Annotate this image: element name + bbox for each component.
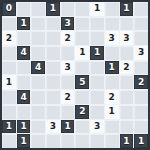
cell-r7c1[interactable] <box>2 90 16 104</box>
cell-r7c2[interactable]: 4 <box>17 90 31 104</box>
cell-r7c4[interactable] <box>46 90 60 104</box>
cell-r3c5[interactable]: 2 <box>61 31 75 45</box>
cell-r10c2[interactable]: 1 <box>17 134 31 148</box>
cell-r8c10[interactable] <box>134 105 148 119</box>
cell-r9c7[interactable]: 3 <box>90 120 104 134</box>
cell-r6c1[interactable]: 1 <box>2 75 16 89</box>
cell-r3c7[interactable] <box>90 31 104 45</box>
cell-r4c6[interactable]: 1 <box>75 46 89 60</box>
mosaic-board: 0111132233411343121524222111313111 <box>0 0 150 150</box>
cell-r4c8[interactable] <box>105 46 119 60</box>
cell-r3c1[interactable]: 2 <box>2 31 16 45</box>
cell-r8c7[interactable] <box>90 105 104 119</box>
cell-r9c2[interactable]: 1 <box>17 120 31 134</box>
cell-r1c1[interactable]: 0 <box>2 2 16 16</box>
cell-r8c4[interactable] <box>46 105 60 119</box>
cell-r8c3[interactable] <box>31 105 45 119</box>
cell-r1c2[interactable] <box>17 2 31 16</box>
cell-r9c8[interactable] <box>105 120 119 134</box>
cell-r9c4[interactable]: 3 <box>46 120 60 134</box>
cell-r4c9[interactable] <box>120 46 134 60</box>
cell-r10c6[interactable] <box>75 134 89 148</box>
cell-r10c3[interactable] <box>31 134 45 148</box>
cell-r9c10[interactable] <box>134 120 148 134</box>
cell-r7c3[interactable] <box>31 90 45 104</box>
cell-r5c4[interactable] <box>46 61 60 75</box>
cell-r6c6[interactable]: 5 <box>75 75 89 89</box>
cell-r5c3[interactable]: 4 <box>31 61 45 75</box>
cell-r4c7[interactable]: 1 <box>90 46 104 60</box>
cell-r10c1[interactable] <box>2 134 16 148</box>
cell-r6c3[interactable] <box>31 75 45 89</box>
cell-r10c9[interactable]: 1 <box>120 134 134 148</box>
cell-r3c6[interactable] <box>75 31 89 45</box>
cell-r4c3[interactable] <box>31 46 45 60</box>
cell-r7c6[interactable] <box>75 90 89 104</box>
cell-r3c9[interactable]: 3 <box>120 31 134 45</box>
cell-r2c4[interactable] <box>46 17 60 31</box>
cell-r2c5[interactable]: 3 <box>61 17 75 31</box>
cell-r1c3[interactable] <box>31 2 45 16</box>
cell-r1c9[interactable]: 1 <box>120 2 134 16</box>
cell-r6c5[interactable] <box>61 75 75 89</box>
cell-r2c1[interactable] <box>2 17 16 31</box>
cell-r9c6[interactable] <box>75 120 89 134</box>
cell-r3c4[interactable] <box>46 31 60 45</box>
cell-r10c10[interactable]: 1 <box>134 134 148 148</box>
cell-r8c5[interactable] <box>61 105 75 119</box>
cell-r3c2[interactable] <box>17 31 31 45</box>
cell-r7c7[interactable] <box>90 90 104 104</box>
cell-r10c7[interactable] <box>90 134 104 148</box>
cell-r9c1[interactable]: 1 <box>2 120 16 134</box>
cell-r2c2[interactable]: 1 <box>17 17 31 31</box>
cell-r4c4[interactable] <box>46 46 60 60</box>
cell-r1c10[interactable] <box>134 2 148 16</box>
cell-r4c2[interactable]: 4 <box>17 46 31 60</box>
cell-r1c4[interactable]: 1 <box>46 2 60 16</box>
cell-r6c9[interactable] <box>120 75 134 89</box>
cell-r6c8[interactable] <box>105 75 119 89</box>
cell-r2c6[interactable] <box>75 17 89 31</box>
cell-r7c8[interactable]: 2 <box>105 90 119 104</box>
cell-r3c10[interactable] <box>134 31 148 45</box>
puzzle-grid: 0111132233411343121524222111313111 <box>2 2 148 148</box>
cell-r2c3[interactable] <box>31 17 45 31</box>
cell-r8c2[interactable] <box>17 105 31 119</box>
cell-r1c5[interactable] <box>61 2 75 16</box>
cell-r8c1[interactable] <box>2 105 16 119</box>
cell-r4c5[interactable] <box>61 46 75 60</box>
cell-r8c9[interactable] <box>120 105 134 119</box>
cell-r8c6[interactable]: 2 <box>75 105 89 119</box>
cell-r5c5[interactable]: 3 <box>61 61 75 75</box>
cell-r7c5[interactable]: 2 <box>61 90 75 104</box>
cell-r2c7[interactable] <box>90 17 104 31</box>
cell-r5c8[interactable]: 1 <box>105 61 119 75</box>
cell-r1c7[interactable]: 1 <box>90 2 104 16</box>
cell-r1c8[interactable] <box>105 2 119 16</box>
cell-r6c4[interactable] <box>46 75 60 89</box>
cell-r9c9[interactable] <box>120 120 134 134</box>
cell-r3c8[interactable]: 3 <box>105 31 119 45</box>
cell-r4c1[interactable] <box>2 46 16 60</box>
cell-r6c10[interactable]: 2 <box>134 75 148 89</box>
cell-r3c3[interactable] <box>31 31 45 45</box>
cell-r5c9[interactable]: 2 <box>120 61 134 75</box>
cell-r6c2[interactable] <box>17 75 31 89</box>
cell-r9c3[interactable] <box>31 120 45 134</box>
cell-r10c4[interactable] <box>46 134 60 148</box>
cell-r5c6[interactable] <box>75 61 89 75</box>
cell-r6c7[interactable] <box>90 75 104 89</box>
cell-r8c8[interactable]: 1 <box>105 105 119 119</box>
cell-r7c9[interactable] <box>120 90 134 104</box>
cell-r10c8[interactable] <box>105 134 119 148</box>
cell-r2c10[interactable] <box>134 17 148 31</box>
cell-r5c10[interactable] <box>134 61 148 75</box>
cell-r5c1[interactable] <box>2 61 16 75</box>
cell-r5c7[interactable] <box>90 61 104 75</box>
cell-r7c10[interactable] <box>134 90 148 104</box>
cell-r10c5[interactable] <box>61 134 75 148</box>
cell-r4c10[interactable]: 3 <box>134 46 148 60</box>
cell-r2c8[interactable] <box>105 17 119 31</box>
cell-r1c6[interactable] <box>75 2 89 16</box>
cell-r2c9[interactable] <box>120 17 134 31</box>
cell-r5c2[interactable] <box>17 61 31 75</box>
cell-r9c5[interactable]: 1 <box>61 120 75 134</box>
